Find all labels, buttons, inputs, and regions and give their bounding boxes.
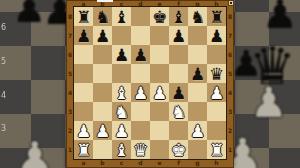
piece-black-bishop: ♝ [169,7,188,26]
file-label-top-f: f [169,0,188,7]
piece-white-rook: ♜ [207,140,226,159]
square-d1[interactable]: ♛ [131,140,150,159]
piece-white-king: ♚ [169,140,188,159]
background-black-pawn: ♟ [230,46,262,82]
square-b5[interactable] [93,64,112,83]
background-black-pawn: ♟ [262,0,298,34]
square-f3[interactable]: ♞ [169,102,188,121]
rank-label-right-6: 6 [226,45,234,64]
top-edge-artifact [97,0,113,2]
square-g7[interactable] [188,26,207,45]
square-f7[interactable]: ♟ [169,26,188,45]
square-a6[interactable] [74,45,93,64]
square-e2[interactable] [150,121,169,140]
square-h8[interactable]: ♜ [207,7,226,26]
square-a8[interactable]: ♜ [74,7,93,26]
square-d5[interactable] [131,64,150,83]
square-c5[interactable] [112,64,131,83]
piece-white-bishop: ♝ [112,140,131,159]
piece-white-knight: ♞ [112,102,131,121]
chess-board: abcdefgh 87654321 87654321 ♜♞♝♚♝♞♜♟♟♟♟♟♟… [66,0,234,168]
piece-white-pawn: ♟ [150,83,169,102]
rank-label-left-3: 3 [66,102,74,121]
square-e4[interactable]: ♟ [150,83,169,102]
piece-white-bishop: ♝ [112,83,131,102]
piece-black-king: ♚ [150,7,169,26]
file-label-bottom-h: h [207,159,226,168]
square-a1[interactable]: ♜ [74,140,93,159]
square-b7[interactable]: ♟ [93,26,112,45]
file-label-top-g: g [188,0,207,7]
square-f6[interactable] [169,45,188,64]
files-bottom: abcdefgh [74,159,226,168]
square-g1[interactable] [188,140,207,159]
square-c2[interactable]: ♟ [112,121,131,140]
square-f1[interactable]: ♚ [169,140,188,159]
rank-label-left-5: 5 [66,64,74,83]
piece-black-pawn: ♟ [131,45,150,64]
square-g2[interactable]: ♟ [188,121,207,140]
square-f5[interactable] [169,64,188,83]
piece-white-pawn: ♟ [207,83,226,102]
file-label-bottom-f: f [169,159,188,168]
file-label-top-a: a [74,0,93,7]
piece-white-knight: ♞ [169,102,188,121]
background-white-pawn: ♟ [250,82,288,124]
square-e1[interactable] [150,140,169,159]
square-b6[interactable] [93,45,112,64]
rank-label-right-8: 8 [226,7,234,26]
square-b1[interactable] [93,140,112,159]
rank-label-right-4: 4 [226,83,234,102]
piece-black-pawn: ♟ [74,26,93,45]
square-h3[interactable] [207,102,226,121]
square-d8[interactable] [131,7,150,26]
square-h5[interactable]: ♛ [207,64,226,83]
piece-white-pawn: ♟ [188,121,207,140]
rank-label-left-6: 6 [66,45,74,64]
piece-white-pawn: ♟ [131,83,150,102]
file-label-bottom-d: d [131,159,150,168]
square-g4[interactable] [188,83,207,102]
square-d2[interactable] [131,121,150,140]
piece-black-pawn: ♟ [188,64,207,83]
piece-black-pawn: ♟ [112,45,131,64]
square-a5[interactable] [74,64,93,83]
rank-label-right-7: 7 [226,26,234,45]
square-e5[interactable] [150,64,169,83]
rank-label-right-2: 2 [226,121,234,140]
piece-black-queen: ♛ [207,64,226,83]
rank-label-left-1: 1 [66,140,74,159]
rank-label-left-4: 4 [66,83,74,102]
square-h6[interactable] [207,45,226,64]
square-a4[interactable] [74,83,93,102]
square-a7[interactable]: ♟ [74,26,93,45]
square-c4[interactable]: ♝ [112,83,131,102]
rank-label-left-2: 2 [66,121,74,140]
rank-label-right-1: 1 [226,140,234,159]
square-b8[interactable]: ♞ [93,7,112,26]
file-label-bottom-c: c [112,159,131,168]
square-e3[interactable] [150,102,169,121]
piece-black-knight: ♞ [93,7,112,26]
square-f2[interactable] [169,121,188,140]
file-label-bottom-g: g [188,159,207,168]
rank-label-left-8: 8 [66,7,74,26]
piece-black-pawn: ♟ [169,26,188,45]
piece-white-queen: ♛ [131,140,150,159]
piece-black-rook: ♜ [207,7,226,26]
file-label-bottom-e: e [150,159,169,168]
piece-white-pawn: ♟ [74,121,93,140]
piece-white-rook: ♜ [74,140,93,159]
background-rank-label-4: 4 [1,92,8,100]
board-corner-icon[interactable] [228,0,234,6]
square-c1[interactable]: ♝ [112,140,131,159]
square-d6[interactable]: ♟ [131,45,150,64]
piece-white-pawn: ♟ [93,121,112,140]
piece-black-pawn: ♟ [207,26,226,45]
square-c3[interactable]: ♞ [112,102,131,121]
square-g5[interactable]: ♟ [188,64,207,83]
square-a3[interactable] [74,102,93,121]
file-label-bottom-b: b [93,159,112,168]
square-a2[interactable]: ♟ [74,121,93,140]
background-black-queen: ♛ [249,40,296,92]
square-e7[interactable] [150,26,169,45]
square-h2[interactable] [207,121,226,140]
board-squares: ♜♞♝♚♝♞♜♟♟♟♟♟♟♟♛♝♟♟♟♟♞♞♟♟♟♟♜♝♛♚♜ [74,7,226,159]
piece-black-pawn: ♟ [93,26,112,45]
square-g3[interactable] [188,102,207,121]
piece-black-knight: ♞ [188,7,207,26]
square-g8[interactable]: ♞ [188,7,207,26]
background-white-pawn: ♟ [15,136,54,168]
square-d3[interactable] [131,102,150,121]
piece-black-bishop: ♝ [112,7,131,26]
ranks-right: 87654321 [226,7,234,159]
square-c8[interactable]: ♝ [112,7,131,26]
piece-black-pawn: ♟ [169,83,188,102]
piece-black-rook: ♜ [74,7,93,26]
background-black-pawn: ♟ [12,0,46,28]
square-b3[interactable] [93,102,112,121]
square-b4[interactable] [93,83,112,102]
background-rank-label-3: 3 [1,125,8,133]
square-d7[interactable] [131,26,150,45]
square-b2[interactable]: ♟ [93,121,112,140]
file-label-top-h: h [207,0,226,7]
square-e6[interactable] [150,45,169,64]
rank-label-left-7: 7 [66,26,74,45]
background-rank-label-6: 6 [1,24,8,32]
square-d4[interactable]: ♟ [131,83,150,102]
file-label-top-d: d [131,0,150,7]
square-h4[interactable]: ♟ [207,83,226,102]
file-label-top-e: e [150,0,169,7]
square-h7[interactable]: ♟ [207,26,226,45]
ranks-left: 87654321 [66,7,74,159]
square-c6[interactable]: ♟ [112,45,131,64]
square-h1[interactable]: ♜ [207,140,226,159]
piece-white-pawn: ♟ [112,121,131,140]
square-f4[interactable]: ♟ [169,83,188,102]
background-rank-label-5: 5 [1,58,8,66]
square-f8[interactable]: ♝ [169,7,188,26]
square-e8[interactable]: ♚ [150,7,169,26]
file-label-bottom-a: a [74,159,93,168]
square-c7[interactable] [112,26,131,45]
corner-icon-dot [230,2,232,4]
square-g6[interactable] [188,45,207,64]
rank-label-right-3: 3 [226,102,234,121]
rank-label-right-5: 5 [226,64,234,83]
file-label-top-c: c [112,0,131,7]
